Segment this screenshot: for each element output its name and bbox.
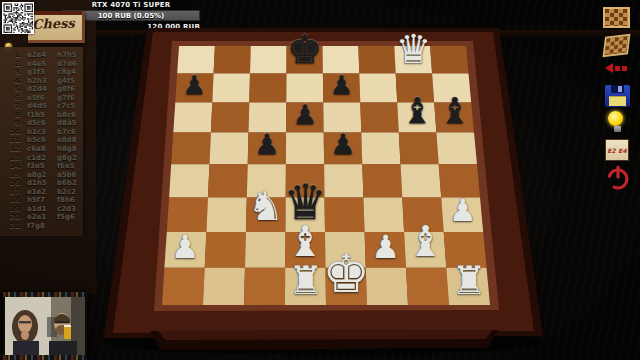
square-f5[interactable] <box>361 133 400 165</box>
square-e3[interactable] <box>325 197 365 232</box>
board-2d-icon <box>603 7 630 28</box>
square-b3[interactable] <box>206 197 246 232</box>
square-a1[interactable] <box>162 268 205 305</box>
square-b6[interactable] <box>211 102 249 132</box>
square-b2[interactable] <box>205 232 246 268</box>
board-pedestal-edge <box>158 330 492 340</box>
square-h5[interactable] <box>436 133 477 165</box>
power-icon <box>604 164 632 192</box>
square-d5[interactable] <box>286 133 324 165</box>
ticker-noise-bottom <box>3 355 87 360</box>
undo-move-button[interactable] <box>605 63 627 73</box>
person-left <box>12 310 39 355</box>
square-c8[interactable] <box>250 46 287 74</box>
piece-white-pawn-h3[interactable]: ♟ <box>449 196 477 227</box>
view-2d-button[interactable] <box>603 7 630 28</box>
move-entry-icon: E2 E4 <box>605 139 629 161</box>
view-3d-button[interactable] <box>603 35 630 56</box>
piece-black-king-d8[interactable]: ♚ <box>287 31 323 71</box>
piece-black-pawn-e7[interactable]: ♟ <box>330 72 353 98</box>
square-f4[interactable] <box>362 164 402 197</box>
piece-white-rook-d1[interactable]: ♜ <box>288 261 323 300</box>
webcam-video <box>5 297 85 355</box>
square-c2[interactable] <box>245 232 286 268</box>
floppy-disk-icon <box>605 85 630 107</box>
webcam-overlay <box>3 292 87 360</box>
piece-white-rook-h1[interactable]: ♜ <box>451 261 486 300</box>
chess-board-3d: ♚♛♟♟♟♝♝♟♟♞♛♟♟♝♟♝♜♚♜ <box>0 0 640 360</box>
enter-move-button[interactable]: E2 E4 <box>605 139 629 161</box>
square-f8[interactable] <box>358 46 395 74</box>
piece-white-knight-c3[interactable]: ♞ <box>248 187 284 227</box>
square-e4[interactable] <box>324 164 363 197</box>
piece-white-queen-g8[interactable]: ♛ <box>396 31 432 71</box>
square-b5[interactable] <box>210 133 249 165</box>
square-b1[interactable] <box>203 268 245 305</box>
square-b8[interactable] <box>214 46 251 74</box>
square-c1[interactable] <box>244 268 285 305</box>
piece-white-pawn-f2[interactable]: ♟ <box>371 230 400 262</box>
save-game-button[interactable] <box>605 85 630 107</box>
hint-button[interactable] <box>608 111 626 136</box>
square-f7[interactable] <box>359 74 397 103</box>
square-g1[interactable] <box>406 268 449 305</box>
undo-icon <box>605 63 627 73</box>
square-g4[interactable] <box>401 164 442 197</box>
exit-button[interactable] <box>604 164 632 196</box>
piece-black-bishop-h6[interactable]: ♝ <box>439 93 471 129</box>
square-f6[interactable] <box>360 102 399 132</box>
square-c7[interactable] <box>249 74 286 103</box>
lightbulb-icon <box>608 111 626 136</box>
piece-white-king-e1[interactable]: ♚ <box>323 248 370 301</box>
square-a4[interactable] <box>169 164 209 197</box>
piece-white-pawn-a2[interactable]: ♟ <box>171 230 200 262</box>
square-a6[interactable] <box>173 102 212 132</box>
board-3d-icon <box>603 34 631 58</box>
move-entry-icon-text: E2 E4 <box>607 147 627 154</box>
square-f1[interactable] <box>366 268 408 305</box>
square-g5[interactable] <box>399 133 439 165</box>
piece-black-bishop-g6[interactable]: ♝ <box>401 93 433 129</box>
square-b4[interactable] <box>208 164 248 197</box>
piece-black-pawn-a7[interactable]: ♟ <box>182 72 205 98</box>
square-b7[interactable] <box>212 74 250 103</box>
piece-black-pawn-c5[interactable]: ♟ <box>254 131 279 159</box>
toolbar: E2 E4 <box>596 0 640 360</box>
square-a5[interactable] <box>171 133 211 165</box>
piece-black-pawn-d6[interactable]: ♟ <box>293 101 317 128</box>
square-h8[interactable] <box>430 46 468 74</box>
piece-white-bishop-g2[interactable]: ♝ <box>407 221 445 263</box>
piece-black-pawn-e5[interactable]: ♟ <box>330 131 355 159</box>
